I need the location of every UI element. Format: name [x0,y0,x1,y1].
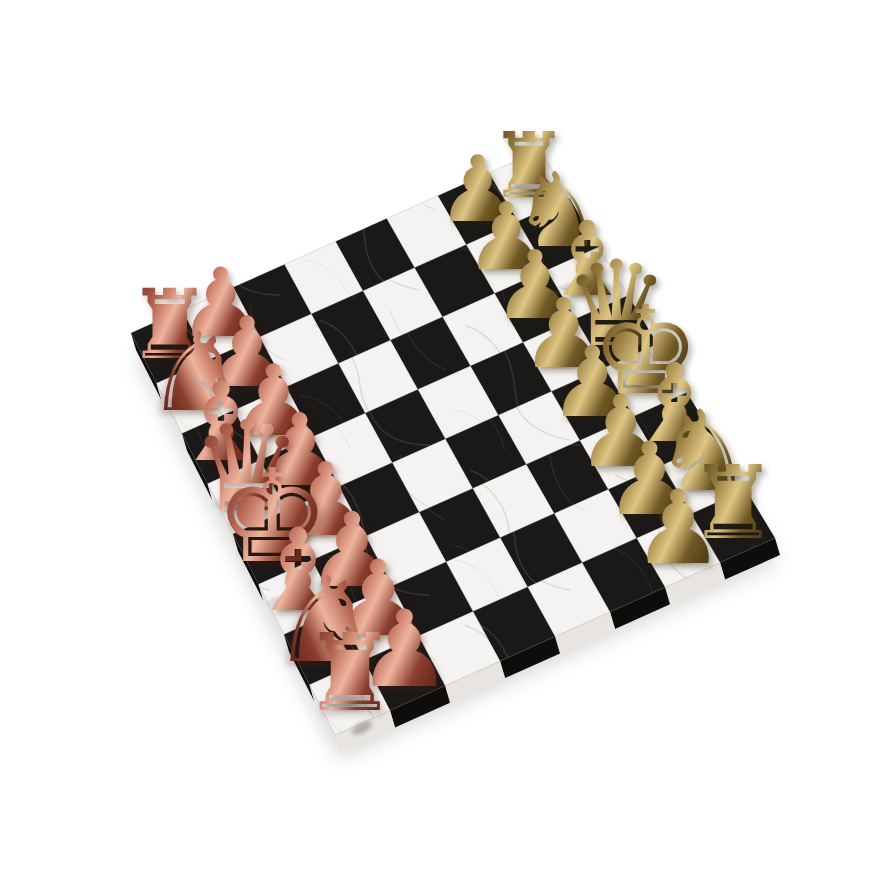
piece-white-rook-h1[interactable]: ♜ [302,620,398,727]
chess-set-photo: ♜♟♞♟♝♟♟♛♜♟♟♚♞♟♟♝♝♟♟♞♛♟♟♜♚♟♟♝♟♞♟♜ [0,0,886,886]
piece-black-pawn-h7[interactable]: ♟ [632,477,724,579]
